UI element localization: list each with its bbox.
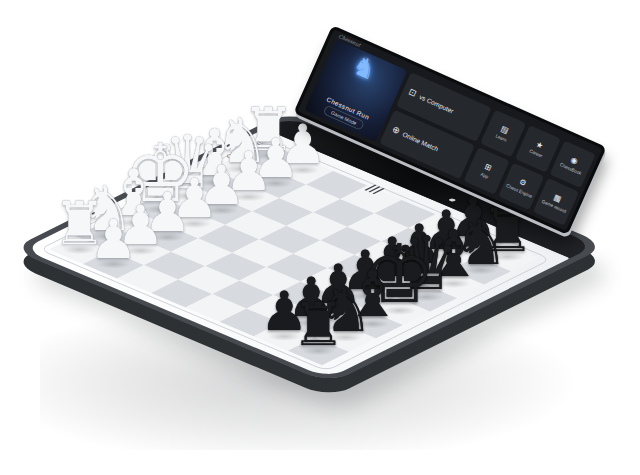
book-icon: ▤ <box>500 125 510 135</box>
piece-white-rook: ♜ <box>39 146 119 250</box>
piece-white-knight: ♞ <box>66 133 146 237</box>
piece-white-pawn: ♟ <box>182 107 262 211</box>
piece-white-pawn: ♟ <box>155 120 235 224</box>
piece-black-pawn: ♟ <box>244 233 324 337</box>
record-icon: ▦ <box>552 193 562 203</box>
piece-white-pawn: ♟ <box>209 93 289 197</box>
piece-black-pawn: ♟ <box>352 179 432 283</box>
piece-white-bishop: ♝ <box>93 119 173 223</box>
globe-icon: ⊕ <box>391 125 402 136</box>
piece-white-knight: ♞ <box>201 65 281 169</box>
trophy-icon: ★ <box>534 141 544 151</box>
piece-white-queen: ♛ <box>147 92 227 196</box>
robot-icon: ⊡ <box>407 87 418 98</box>
piece-white-bishop: ♝ <box>174 79 254 183</box>
piece-black-queen: ♛ <box>386 193 466 297</box>
knight-glow-icon: ♞ <box>349 51 381 84</box>
piece-white-king: ♚ <box>120 106 200 210</box>
piece-white-pawn: ♟ <box>101 147 181 251</box>
piece-black-rook: ♜ <box>278 247 358 351</box>
piece-black-pawn: ♟ <box>298 206 378 310</box>
product-stage: Chessnut ♜♞♝♛♚♝♞♜♟♟♟♟♟♟♟♟♟♟♟♟♟♟♟♟♜♞♝♛♚♝♞… <box>0 0 640 475</box>
engine-icon: ⚙ <box>518 178 528 188</box>
piece-black-knight: ♞ <box>305 234 385 338</box>
button-label: Online Match <box>402 130 440 152</box>
tile-label: App <box>480 172 489 180</box>
piece-black-pawn: ♟ <box>325 192 405 296</box>
piece-black-king: ♚ <box>359 207 439 311</box>
button-label: vs Computer <box>418 93 455 114</box>
piece-white-pawn: ♟ <box>128 134 208 238</box>
piece-black-pawn: ♟ <box>271 219 351 323</box>
piece-white-pawn: ♟ <box>74 160 154 264</box>
chessbook-icon: ◉ <box>569 156 579 166</box>
apps-icon: ⊞ <box>483 163 492 173</box>
piece-black-bishop: ♝ <box>332 220 412 324</box>
